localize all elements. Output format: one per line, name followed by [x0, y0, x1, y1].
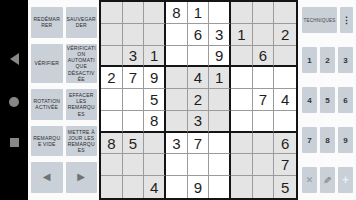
- sudoku-app: REDÉMARRER SAUVEGARDER VÉRIFIER VÉRIFICA…: [0, 0, 356, 200]
- cell-r4c6[interactable]: 1: [209, 67, 231, 89]
- cell-r8c7[interactable]: [231, 154, 253, 176]
- sudoku-board: 816312319627941527483853767495: [99, 0, 298, 200]
- cell-r8c4[interactable]: [166, 154, 188, 176]
- digit-row-1: 1 2 3: [302, 47, 353, 73]
- digit-button-8[interactable]: 8: [320, 127, 335, 153]
- cell-r2c1[interactable]: [101, 24, 123, 46]
- cell-r3c8[interactable]: 6: [253, 46, 275, 68]
- cell-r4c9[interactable]: [274, 67, 296, 89]
- cell-r7c1[interactable]: 8: [101, 133, 123, 155]
- cell-r4c3[interactable]: 9: [144, 67, 166, 89]
- cell-r2c6[interactable]: 3: [209, 24, 231, 46]
- cell-r2c8[interactable]: [253, 24, 275, 46]
- cell-r8c2[interactable]: [123, 154, 145, 176]
- cell-r1c1[interactable]: [101, 2, 123, 24]
- cell-r1c8[interactable]: [253, 2, 275, 24]
- cell-r9c7[interactable]: [231, 176, 253, 198]
- cell-r3c1[interactable]: [101, 46, 123, 68]
- cell-r6c2[interactable]: [123, 111, 145, 133]
- cell-r2c4[interactable]: [166, 24, 188, 46]
- cell-r7c8[interactable]: [253, 133, 275, 155]
- cell-r3c7[interactable]: [231, 46, 253, 68]
- restart-button[interactable]: REDÉMARRER: [31, 7, 63, 38]
- digit-button-2[interactable]: 2: [320, 47, 335, 73]
- cell-r2c5[interactable]: 6: [188, 24, 210, 46]
- cell-r9c1[interactable]: [101, 176, 123, 198]
- cell-r5c5[interactable]: 2: [188, 89, 210, 111]
- cell-r2c3[interactable]: [144, 24, 166, 46]
- cell-r2c2[interactable]: [123, 24, 145, 46]
- check-button[interactable]: VÉRIFIER: [31, 44, 63, 84]
- cell-r1c9[interactable]: [274, 2, 296, 24]
- cell-r5c7[interactable]: [231, 89, 253, 111]
- tools-row: ✕ ✎ +: [302, 167, 353, 193]
- pencil-glyph: ✎: [323, 175, 331, 186]
- cell-r4c8[interactable]: [253, 67, 275, 89]
- cell-r6c8[interactable]: [253, 111, 275, 133]
- android-nav-bar: [0, 0, 28, 200]
- cell-r5c8[interactable]: 7: [253, 89, 275, 111]
- cell-r5c1[interactable]: [101, 89, 123, 111]
- cell-r3c4[interactable]: [166, 46, 188, 68]
- clear-notes-button[interactable]: EFFACER LES REMARQUES: [66, 89, 98, 120]
- cell-r7c6[interactable]: [209, 133, 231, 155]
- erase-icon[interactable]: ✕: [302, 167, 317, 193]
- cell-r4c2[interactable]: 7: [123, 67, 145, 89]
- cell-r2c7[interactable]: 1: [231, 24, 253, 46]
- cell-r5c3[interactable]: 5: [144, 89, 166, 111]
- cell-r6c7[interactable]: [231, 111, 253, 133]
- cell-r5c2[interactable]: [123, 89, 145, 111]
- cell-r8c6[interactable]: [209, 154, 231, 176]
- cell-r9c5[interactable]: 9: [188, 176, 210, 198]
- rotation-toggle[interactable]: ROTATION ACTIVÉE: [31, 89, 63, 120]
- digit-button-4[interactable]: 4: [302, 87, 317, 113]
- cell-r4c1[interactable]: 2: [101, 67, 123, 89]
- cell-r7c7[interactable]: [231, 133, 253, 155]
- digit-button-5[interactable]: 5: [320, 87, 335, 113]
- overflow-menu-icon[interactable]: ⋮: [340, 7, 353, 33]
- cell-r3c3[interactable]: 1: [144, 46, 166, 68]
- cell-r3c9[interactable]: [274, 46, 296, 68]
- cell-r4c5[interactable]: 4: [188, 67, 210, 89]
- cell-r9c9[interactable]: 5: [274, 176, 296, 198]
- digit-button-7[interactable]: 7: [302, 127, 317, 153]
- techniques-button[interactable]: TECHNIQUES: [302, 7, 337, 33]
- cell-r9c3[interactable]: 4: [144, 176, 166, 198]
- cell-r6c4[interactable]: [166, 111, 188, 133]
- cell-r1c6[interactable]: [209, 2, 231, 24]
- digit-button-1[interactable]: 1: [302, 47, 317, 73]
- home-icon[interactable]: [9, 97, 19, 107]
- back-icon[interactable]: [10, 53, 19, 65]
- digit-button-9[interactable]: 9: [338, 127, 353, 153]
- cell-r7c3[interactable]: [144, 133, 166, 155]
- digit-row-3: 7 8 9: [302, 127, 353, 153]
- cell-r1c4[interactable]: 8: [166, 2, 188, 24]
- auto-check-toggle[interactable]: VÉRIFICATION AUTOMATIQUE DÉSACTIVÉE: [66, 44, 98, 84]
- cell-r1c5[interactable]: 1: [188, 2, 210, 24]
- cell-r9c6[interactable]: [209, 176, 231, 198]
- recents-icon[interactable]: [10, 138, 19, 147]
- cell-r6c3[interactable]: 8: [144, 111, 166, 133]
- cell-r6c9[interactable]: [274, 111, 296, 133]
- cell-r7c9[interactable]: 6: [274, 133, 296, 155]
- cell-r5c4[interactable]: [166, 89, 188, 111]
- target-icon[interactable]: +: [338, 167, 353, 193]
- cell-r8c9[interactable]: 7: [274, 154, 296, 176]
- pencil-icon[interactable]: ✎: [320, 167, 335, 193]
- cell-r9c4[interactable]: [166, 176, 188, 198]
- cell-r7c2[interactable]: 5: [123, 133, 145, 155]
- cell-r3c6[interactable]: 9: [209, 46, 231, 68]
- cell-r8c1[interactable]: [101, 154, 123, 176]
- cell-r6c1[interactable]: [101, 111, 123, 133]
- empty-note-button[interactable]: REMARQUE VIDE: [31, 126, 63, 157]
- cell-r3c5[interactable]: [188, 46, 210, 68]
- cell-r7c5[interactable]: 7: [188, 133, 210, 155]
- cell-r8c3[interactable]: [144, 154, 166, 176]
- cell-r9c8[interactable]: [253, 176, 275, 198]
- cell-r4c7[interactable]: [231, 67, 253, 89]
- update-notes-button[interactable]: METTRE À JOUR LES REMARQUES: [66, 126, 98, 157]
- cell-r3c2[interactable]: 3: [123, 46, 145, 68]
- cell-r8c5[interactable]: [188, 154, 210, 176]
- right-panel: TECHNIQUES ⋮ 1 2 3 4 5 6 7 8 9 ✕ ✎ +: [298, 0, 356, 200]
- cell-r1c3[interactable]: [144, 2, 166, 24]
- cell-r6c5[interactable]: 3: [188, 111, 210, 133]
- cell-r5c9[interactable]: 4: [274, 89, 296, 111]
- sidebar: REDÉMARRER SAUVEGARDER VÉRIFIER VÉRIFICA…: [28, 0, 99, 200]
- cell-r7c4[interactable]: 3: [166, 133, 188, 155]
- cell-r8c8[interactable]: [253, 154, 275, 176]
- cell-r2c9[interactable]: 2: [274, 24, 296, 46]
- techniques-row: TECHNIQUES ⋮: [302, 7, 353, 33]
- digit-button-6[interactable]: 6: [338, 87, 353, 113]
- cell-r1c7[interactable]: [231, 2, 253, 24]
- cell-r9c2[interactable]: [123, 176, 145, 198]
- digit-button-3[interactable]: 3: [338, 47, 353, 73]
- cell-r6c6[interactable]: [209, 111, 231, 133]
- cell-r5c6[interactable]: [209, 89, 231, 111]
- redo-arrow-button[interactable]: ▶: [66, 162, 98, 193]
- save-button[interactable]: SAUVEGARDER: [66, 7, 98, 38]
- cell-r1c2[interactable]: [123, 2, 145, 24]
- digit-row-2: 4 5 6: [302, 87, 353, 113]
- undo-arrow-button[interactable]: ◀: [31, 162, 63, 193]
- cell-r4c4[interactable]: [166, 67, 188, 89]
